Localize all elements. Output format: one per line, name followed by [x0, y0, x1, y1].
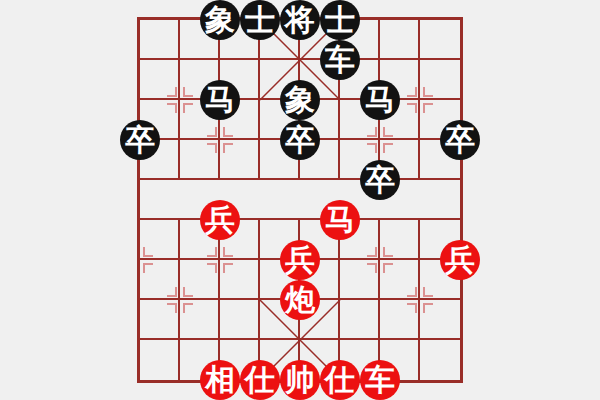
- piece-black-advisor[interactable]: 士: [240, 0, 280, 40]
- piece-red-advisor[interactable]: 仕: [240, 360, 280, 400]
- piece-red-horse[interactable]: 马: [320, 200, 360, 240]
- xiangqi-board: [137, 17, 463, 383]
- board-cell[interactable]: [140, 300, 180, 340]
- board-cell[interactable]: [140, 260, 180, 300]
- piece-black-elephant[interactable]: 象: [280, 80, 320, 120]
- piece-black-general[interactable]: 将: [280, 0, 320, 40]
- piece-red-advisor[interactable]: 仕: [320, 360, 360, 400]
- piece-black-chariot[interactable]: 车: [320, 40, 360, 80]
- board-cell[interactable]: [220, 260, 260, 300]
- board-cell[interactable]: [260, 180, 300, 220]
- board-cell[interactable]: [340, 260, 380, 300]
- piece-black-horse[interactable]: 马: [360, 80, 400, 120]
- board-cell[interactable]: [380, 220, 420, 260]
- piece-black-horse[interactable]: 马: [200, 80, 240, 120]
- xiangqi-app: 象士将士车马象马卒卒卒卒兵马兵兵炮相仕帅仕车: [0, 0, 600, 400]
- board-cell[interactable]: [380, 20, 420, 60]
- piece-red-soldier[interactable]: 兵: [200, 200, 240, 240]
- piece-red-general[interactable]: 帅: [280, 360, 320, 400]
- piece-red-soldier[interactable]: 兵: [280, 240, 320, 280]
- board-cell[interactable]: [140, 20, 180, 60]
- board-cell[interactable]: [420, 340, 460, 380]
- board-cell[interactable]: [140, 220, 180, 260]
- board-cell[interactable]: [420, 60, 460, 100]
- board-cell[interactable]: [340, 300, 380, 340]
- board-cell[interactable]: [420, 20, 460, 60]
- piece-black-soldier[interactable]: 卒: [280, 120, 320, 160]
- board-cell[interactable]: [420, 300, 460, 340]
- board-cell[interactable]: [220, 300, 260, 340]
- board-cell[interactable]: [180, 140, 220, 180]
- piece-red-chariot[interactable]: 车: [360, 360, 400, 400]
- piece-red-soldier[interactable]: 兵: [440, 240, 480, 280]
- piece-black-elephant[interactable]: 象: [200, 0, 240, 40]
- piece-black-soldier[interactable]: 卒: [120, 120, 160, 160]
- board-cell[interactable]: [220, 140, 260, 180]
- board-cell[interactable]: [140, 340, 180, 380]
- piece-black-advisor[interactable]: 士: [320, 0, 360, 40]
- piece-black-soldier[interactable]: 卒: [360, 160, 400, 200]
- board-cell[interactable]: [140, 60, 180, 100]
- board-cell[interactable]: [140, 180, 180, 220]
- piece-red-cannon[interactable]: 炮: [280, 280, 320, 320]
- board-cell[interactable]: [180, 300, 220, 340]
- piece-black-soldier[interactable]: 卒: [440, 120, 480, 160]
- board-cell[interactable]: [380, 300, 420, 340]
- piece-red-elephant[interactable]: 相: [200, 360, 240, 400]
- board-cell[interactable]: [380, 260, 420, 300]
- board-cell[interactable]: [420, 180, 460, 220]
- board-cell[interactable]: [180, 260, 220, 300]
